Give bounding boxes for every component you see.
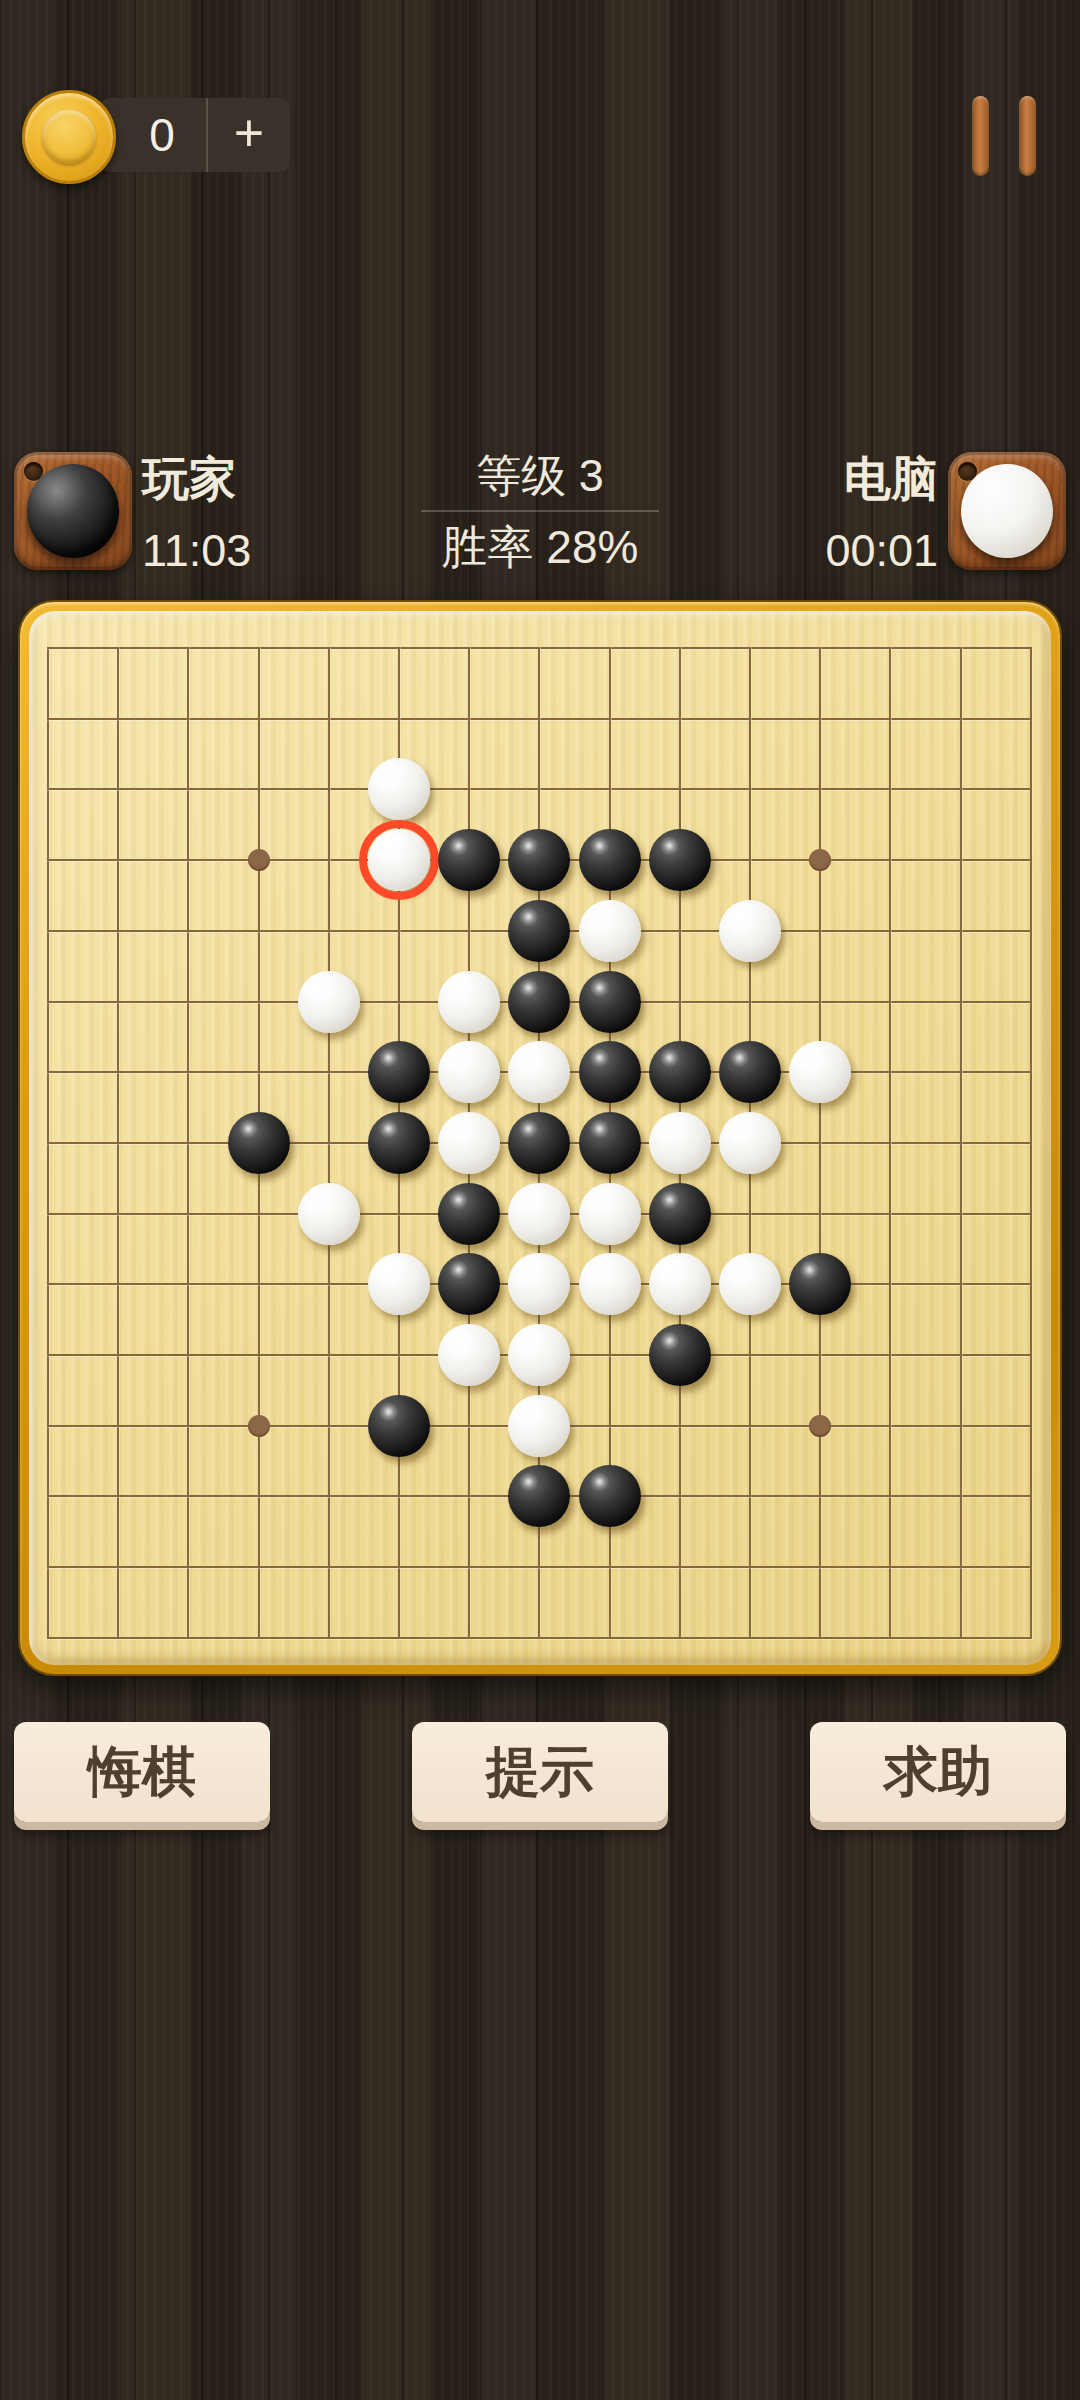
stone-white bbox=[649, 1253, 711, 1315]
stone-white bbox=[719, 900, 781, 962]
player-name: 玩家 bbox=[142, 452, 236, 506]
stone-black bbox=[368, 1041, 430, 1103]
stone-black bbox=[579, 1112, 641, 1174]
stone-black bbox=[368, 1112, 430, 1174]
stone-white bbox=[719, 1112, 781, 1174]
stone-white bbox=[438, 971, 500, 1033]
stone-white bbox=[298, 971, 360, 1033]
stone-black bbox=[508, 1465, 570, 1527]
stone-black bbox=[438, 829, 500, 891]
stone-black bbox=[579, 1041, 641, 1103]
undo-button[interactable]: 悔棋 bbox=[14, 1722, 270, 1822]
stone-white bbox=[508, 1253, 570, 1315]
grid-line-horizontal bbox=[47, 1566, 1032, 1568]
white-stone-avatar bbox=[961, 464, 1053, 558]
stone-white bbox=[579, 900, 641, 962]
board-frame bbox=[18, 600, 1062, 1676]
stone-white bbox=[789, 1041, 851, 1103]
stone-white bbox=[438, 1041, 500, 1103]
stone-black bbox=[649, 1183, 711, 1245]
stone-black bbox=[508, 971, 570, 1033]
stone-black bbox=[579, 971, 641, 1033]
computer-avatar-tray bbox=[948, 452, 1066, 570]
winrate-label: 胜率 28% bbox=[290, 518, 790, 576]
help-button[interactable]: 求助 bbox=[810, 1722, 1066, 1822]
stone-white bbox=[508, 1395, 570, 1457]
stone-white bbox=[368, 758, 430, 820]
stone-black bbox=[789, 1253, 851, 1315]
stone-white bbox=[719, 1253, 781, 1315]
grid-line-horizontal bbox=[47, 1637, 1032, 1639]
computer-timer: 00:01 bbox=[825, 524, 938, 578]
star-point bbox=[248, 1415, 270, 1437]
pause-icon bbox=[972, 96, 989, 176]
computer-name: 电脑 bbox=[844, 452, 938, 506]
hint-button[interactable]: 提示 bbox=[412, 1722, 668, 1822]
player-avatar-tray bbox=[14, 452, 132, 570]
level-label: 等级 3 bbox=[290, 448, 790, 504]
stone-black bbox=[508, 1112, 570, 1174]
coin-count: 0 bbox=[118, 98, 206, 172]
stone-black bbox=[649, 1324, 711, 1386]
black-stone-avatar bbox=[27, 464, 119, 558]
stone-white bbox=[438, 1112, 500, 1174]
pause-button[interactable] bbox=[952, 86, 1056, 186]
stone-white bbox=[579, 1253, 641, 1315]
stone-black bbox=[719, 1041, 781, 1103]
stone-black bbox=[438, 1253, 500, 1315]
stone-white bbox=[298, 1183, 360, 1245]
star-point bbox=[248, 849, 270, 871]
grid-line-vertical bbox=[1030, 647, 1032, 1639]
grid-line-vertical bbox=[889, 647, 891, 1639]
stone-white bbox=[649, 1112, 711, 1174]
star-point bbox=[809, 1415, 831, 1437]
stone-black bbox=[228, 1112, 290, 1174]
stone-white bbox=[368, 1253, 430, 1315]
board-grid[interactable] bbox=[29, 611, 1051, 1665]
stone-white bbox=[438, 1324, 500, 1386]
pause-icon bbox=[1019, 96, 1036, 176]
stone-black bbox=[579, 1465, 641, 1527]
stone-white bbox=[508, 1324, 570, 1386]
stone-black bbox=[508, 900, 570, 962]
stone-black bbox=[438, 1183, 500, 1245]
info-divider bbox=[421, 510, 659, 512]
match-info: 等级 3 胜率 28% bbox=[290, 448, 790, 576]
stone-black bbox=[508, 829, 570, 891]
stone-white bbox=[579, 1183, 641, 1245]
coin-icon bbox=[22, 90, 116, 184]
star-point bbox=[809, 849, 831, 871]
stone-black bbox=[579, 829, 641, 891]
player-timer: 11:03 bbox=[142, 524, 251, 578]
stone-black bbox=[368, 1395, 430, 1457]
stone-white bbox=[508, 1183, 570, 1245]
grid-line-vertical bbox=[819, 647, 821, 1639]
stone-black bbox=[649, 829, 711, 891]
stone-white-last-move bbox=[368, 829, 430, 891]
stone-white bbox=[508, 1041, 570, 1103]
game-screen: 0 + 玩家 11:03 等级 3 胜率 28% 电脑 00:01 悔棋 提示 … bbox=[0, 0, 1080, 2400]
add-coins-button[interactable]: + bbox=[208, 98, 290, 172]
stone-black bbox=[649, 1041, 711, 1103]
grid-line-vertical bbox=[960, 647, 962, 1639]
coin-counter-bar: 0 + bbox=[100, 98, 290, 172]
